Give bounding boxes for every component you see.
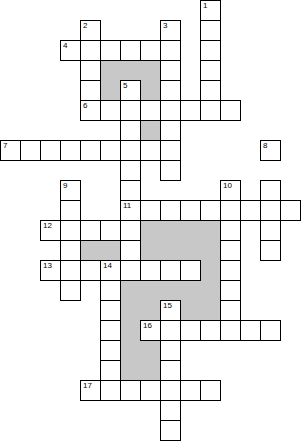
answer-cell[interactable]: 14 <box>100 260 121 281</box>
clue-number: 12 <box>41 221 60 230</box>
clue-number: 15 <box>161 301 180 310</box>
answer-cell[interactable]: 11 <box>120 200 141 221</box>
shaded-cell <box>200 220 221 241</box>
answer-cell[interactable] <box>200 80 221 101</box>
shaded-cell <box>120 60 141 81</box>
clue-number: 5 <box>121 81 140 90</box>
clue-number: 14 <box>101 261 120 270</box>
answer-cell[interactable] <box>80 140 101 161</box>
answer-cell[interactable] <box>260 200 281 221</box>
clue-number: 11 <box>121 201 140 210</box>
answer-cell[interactable] <box>120 120 141 141</box>
shaded-cell <box>120 360 141 381</box>
answer-cell[interactable] <box>20 140 41 161</box>
shaded-cell <box>180 240 201 261</box>
answer-cell[interactable] <box>60 140 81 161</box>
answer-cell[interactable] <box>160 200 181 221</box>
clue-number: 7 <box>1 141 20 150</box>
answer-cell[interactable] <box>40 140 61 161</box>
answer-cell[interactable] <box>100 220 121 241</box>
answer-cell[interactable] <box>180 380 201 401</box>
clue-number: 9 <box>61 181 80 190</box>
shaded-cell <box>100 80 121 101</box>
shaded-cell <box>140 360 161 381</box>
answer-cell[interactable] <box>120 380 141 401</box>
answer-cell[interactable] <box>140 260 161 281</box>
shaded-cell <box>160 240 181 261</box>
clue-number: 8 <box>261 141 280 150</box>
shaded-cell <box>200 280 221 301</box>
answer-cell[interactable] <box>60 220 81 241</box>
answer-cell[interactable] <box>60 260 81 281</box>
answer-cell[interactable] <box>200 200 221 221</box>
answer-cell[interactable] <box>120 220 141 241</box>
shaded-cell <box>200 260 221 281</box>
answer-cell[interactable] <box>240 320 261 341</box>
clue-number: 6 <box>81 101 100 110</box>
answer-cell[interactable]: 6 <box>80 100 101 121</box>
answer-cell[interactable] <box>160 320 181 341</box>
answer-cell[interactable] <box>80 220 101 241</box>
shaded-cell <box>120 280 141 301</box>
answer-cell[interactable] <box>120 140 141 161</box>
answer-cell[interactable] <box>80 80 101 101</box>
answer-cell[interactable]: 5 <box>120 80 141 101</box>
shaded-cell <box>180 300 201 321</box>
answer-cell[interactable] <box>160 120 181 141</box>
answer-cell[interactable] <box>220 240 241 261</box>
answer-cell[interactable] <box>180 100 201 121</box>
answer-cell[interactable] <box>100 100 121 121</box>
shaded-cell <box>120 340 141 361</box>
shaded-cell <box>140 60 161 81</box>
shaded-cell <box>180 280 201 301</box>
answer-cell[interactable] <box>80 260 101 281</box>
answer-cell[interactable] <box>100 140 121 161</box>
answer-cell[interactable] <box>160 420 181 441</box>
answer-cell[interactable] <box>160 380 181 401</box>
shaded-cell <box>140 240 161 261</box>
answer-cell[interactable] <box>220 100 241 121</box>
answer-cell[interactable] <box>60 280 81 301</box>
answer-cell[interactable] <box>220 220 241 241</box>
crossword-grid: 1234567891011121314151617 <box>0 0 301 441</box>
answer-cell[interactable]: 10 <box>220 180 241 201</box>
clue-number: 2 <box>81 21 100 30</box>
answer-cell[interactable] <box>100 280 121 301</box>
answer-cell[interactable] <box>200 380 221 401</box>
answer-cell[interactable] <box>100 360 121 381</box>
shaded-cell <box>140 80 161 101</box>
answer-cell[interactable] <box>120 260 141 281</box>
answer-cell[interactable] <box>220 280 241 301</box>
answer-cell[interactable] <box>260 180 281 201</box>
answer-cell[interactable] <box>260 240 281 261</box>
answer-cell[interactable] <box>140 140 161 161</box>
answer-cell[interactable] <box>100 300 121 321</box>
shaded-cell <box>160 220 181 241</box>
answer-cell[interactable] <box>140 100 161 121</box>
answer-cell[interactable] <box>160 60 181 81</box>
shaded-cell <box>140 280 161 301</box>
answer-cell[interactable] <box>140 200 161 221</box>
answer-cell[interactable] <box>180 200 201 221</box>
answer-cell[interactable] <box>100 340 121 361</box>
answer-cell[interactable] <box>160 340 181 361</box>
answer-cell[interactable] <box>100 320 121 341</box>
answer-cell[interactable] <box>120 160 141 181</box>
shaded-cell <box>180 220 201 241</box>
answer-cell[interactable] <box>160 260 181 281</box>
answer-cell[interactable] <box>160 160 181 181</box>
answer-cell[interactable]: 16 <box>140 320 161 341</box>
clue-number: 16 <box>141 321 160 330</box>
answer-cell[interactable] <box>240 200 261 221</box>
answer-cell[interactable]: 2 <box>80 20 101 41</box>
answer-cell[interactable]: 9 <box>60 180 81 201</box>
answer-cell[interactable] <box>220 320 241 341</box>
answer-cell[interactable] <box>160 100 181 121</box>
shaded-cell <box>100 240 121 261</box>
answer-cell[interactable] <box>60 200 81 221</box>
clue-number: 3 <box>161 21 180 30</box>
answer-cell[interactable]: 1 <box>200 0 221 21</box>
shaded-cell <box>160 280 181 301</box>
clue-number: 17 <box>81 381 100 390</box>
answer-cell[interactable] <box>220 260 241 281</box>
clue-number: 1 <box>201 1 220 10</box>
shaded-cell <box>140 300 161 321</box>
answer-cell[interactable] <box>80 40 101 61</box>
shaded-cell <box>120 300 141 321</box>
answer-cell[interactable] <box>120 100 141 121</box>
shaded-cell <box>140 340 161 361</box>
answer-cell[interactable] <box>200 60 221 81</box>
answer-cell[interactable] <box>220 200 241 221</box>
answer-cell[interactable] <box>200 20 221 41</box>
answer-cell[interactable]: 15 <box>160 300 181 321</box>
answer-cell[interactable] <box>200 40 221 61</box>
answer-cell[interactable] <box>180 320 201 341</box>
answer-cell[interactable] <box>120 240 141 261</box>
answer-cell[interactable] <box>120 40 141 61</box>
shaded-cell <box>200 300 221 321</box>
answer-cell[interactable]: 8 <box>260 140 281 161</box>
answer-cell[interactable] <box>80 60 101 81</box>
answer-cell[interactable]: 17 <box>80 380 101 401</box>
clue-number: 4 <box>61 41 80 50</box>
answer-cell[interactable] <box>220 300 241 321</box>
shaded-cell <box>80 240 101 261</box>
shaded-cell <box>140 120 161 141</box>
answer-cell[interactable] <box>260 320 281 341</box>
answer-cell[interactable]: 12 <box>40 220 61 241</box>
answer-cell[interactable] <box>140 380 161 401</box>
answer-cell[interactable] <box>200 100 221 121</box>
shaded-cell <box>120 320 141 341</box>
answer-cell[interactable]: 7 <box>0 140 21 161</box>
answer-cell[interactable] <box>100 380 121 401</box>
answer-cell[interactable] <box>160 400 181 421</box>
answer-cell[interactable] <box>140 40 161 61</box>
answer-cell[interactable] <box>260 220 281 241</box>
answer-cell[interactable] <box>180 260 201 281</box>
answer-cell[interactable] <box>160 140 181 161</box>
answer-cell[interactable]: 13 <box>40 260 61 281</box>
clue-number: 13 <box>41 261 60 270</box>
clue-number: 10 <box>221 181 240 190</box>
answer-cell[interactable]: 3 <box>160 20 181 41</box>
answer-cell[interactable] <box>160 360 181 381</box>
answer-cell[interactable]: 4 <box>60 40 81 61</box>
shaded-cell <box>200 240 221 261</box>
answer-cell[interactable] <box>160 80 181 101</box>
answer-cell[interactable] <box>120 180 141 201</box>
answer-cell[interactable] <box>280 200 301 221</box>
shaded-cell <box>140 220 161 241</box>
shaded-cell <box>100 60 121 81</box>
answer-cell[interactable] <box>160 40 181 61</box>
answer-cell[interactable] <box>60 240 81 261</box>
answer-cell[interactable] <box>200 320 221 341</box>
answer-cell[interactable] <box>100 40 121 61</box>
